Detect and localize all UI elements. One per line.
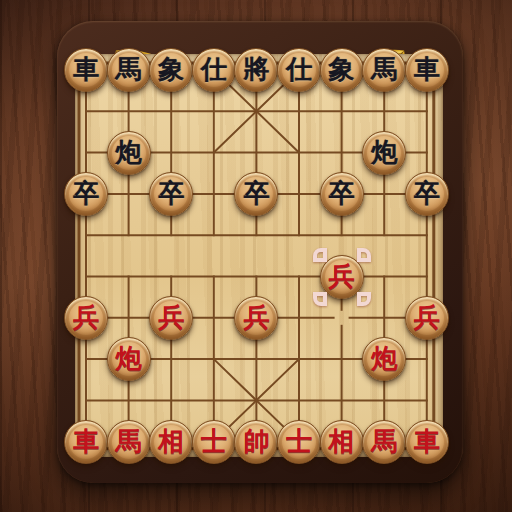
piece-character: 仕 xyxy=(201,56,227,82)
piece-black-elephant[interactable]: 象 xyxy=(149,48,193,92)
piece-character: 炮 xyxy=(116,345,142,371)
piece-character: 馬 xyxy=(371,56,397,82)
piece-character: 士 xyxy=(286,428,312,454)
piece-red-elephant[interactable]: 相 xyxy=(149,420,193,464)
piece-character: 兵 xyxy=(329,263,355,289)
piece-red-soldier[interactable]: 兵 xyxy=(64,296,108,340)
piece-red-cannon[interactable]: 炮 xyxy=(362,337,406,381)
xiangqi-game-screen: 車馬象仕將仕象馬車炮炮卒卒卒卒卒兵兵兵兵兵炮炮車馬相士帥士相馬車 xyxy=(0,0,512,512)
piece-black-cannon[interactable]: 炮 xyxy=(362,131,406,175)
piece-red-chariot[interactable]: 車 xyxy=(405,420,449,464)
piece-character: 士 xyxy=(201,428,227,454)
piece-character: 卒 xyxy=(158,180,184,206)
piece-black-horse[interactable]: 馬 xyxy=(107,48,151,92)
piece-black-advisor[interactable]: 仕 xyxy=(277,48,321,92)
piece-character: 炮 xyxy=(371,345,397,371)
piece-red-soldier[interactable]: 兵 xyxy=(320,255,364,299)
piece-character: 象 xyxy=(329,56,355,82)
piece-black-soldier[interactable]: 卒 xyxy=(405,172,449,216)
piece-character: 車 xyxy=(73,56,99,82)
board-surface xyxy=(75,54,443,457)
piece-black-soldier[interactable]: 卒 xyxy=(64,172,108,216)
piece-black-horse[interactable]: 馬 xyxy=(362,48,406,92)
piece-character: 卒 xyxy=(73,180,99,206)
piece-black-chariot[interactable]: 車 xyxy=(64,48,108,92)
piece-character: 將 xyxy=(243,56,269,82)
piece-red-elephant[interactable]: 相 xyxy=(320,420,364,464)
piece-character: 炮 xyxy=(116,139,142,165)
piece-character: 卒 xyxy=(243,180,269,206)
piece-character: 仕 xyxy=(286,56,312,82)
piece-character: 兵 xyxy=(414,304,440,330)
piece-red-general[interactable]: 帥 xyxy=(234,420,278,464)
piece-character: 象 xyxy=(158,56,184,82)
piece-red-soldier[interactable]: 兵 xyxy=(234,296,278,340)
piece-character: 車 xyxy=(73,428,99,454)
piece-character: 相 xyxy=(158,428,184,454)
piece-red-cannon[interactable]: 炮 xyxy=(107,337,151,381)
piece-red-soldier[interactable]: 兵 xyxy=(405,296,449,340)
piece-character: 車 xyxy=(414,56,440,82)
piece-red-advisor[interactable]: 士 xyxy=(277,420,321,464)
piece-character: 兵 xyxy=(243,304,269,330)
piece-character: 馬 xyxy=(116,56,142,82)
piece-character: 車 xyxy=(414,428,440,454)
piece-black-soldier[interactable]: 卒 xyxy=(320,172,364,216)
piece-character: 兵 xyxy=(158,304,184,330)
piece-red-soldier[interactable]: 兵 xyxy=(149,296,193,340)
piece-red-chariot[interactable]: 車 xyxy=(64,420,108,464)
piece-red-horse[interactable]: 馬 xyxy=(107,420,151,464)
piece-character: 馬 xyxy=(371,428,397,454)
piece-black-cannon[interactable]: 炮 xyxy=(107,131,151,175)
piece-red-horse[interactable]: 馬 xyxy=(362,420,406,464)
piece-black-soldier[interactable]: 卒 xyxy=(234,172,278,216)
piece-black-advisor[interactable]: 仕 xyxy=(192,48,236,92)
piece-black-chariot[interactable]: 車 xyxy=(405,48,449,92)
piece-character: 帥 xyxy=(243,428,269,454)
piece-black-elephant[interactable]: 象 xyxy=(320,48,364,92)
piece-character: 兵 xyxy=(73,304,99,330)
piece-character: 馬 xyxy=(116,428,142,454)
piece-character: 相 xyxy=(329,428,355,454)
piece-character: 卒 xyxy=(414,180,440,206)
piece-character: 卒 xyxy=(329,180,355,206)
piece-character: 炮 xyxy=(371,139,397,165)
piece-black-soldier[interactable]: 卒 xyxy=(149,172,193,216)
piece-red-advisor[interactable]: 士 xyxy=(192,420,236,464)
